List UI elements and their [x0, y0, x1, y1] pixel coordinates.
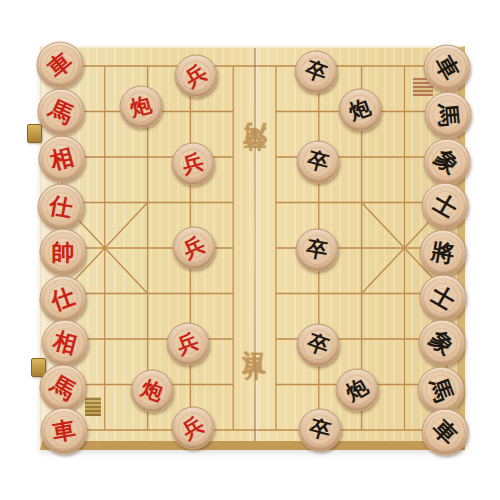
black-piece-glyph: 卒 [307, 417, 333, 443]
piece-black-soldier-4[interactable]: 卒 [297, 324, 340, 367]
red-piece-glyph: 相 [48, 145, 76, 173]
river-label-han-jie: 汉界 [238, 332, 270, 344]
piece-black-elephant-1[interactable]: 象 [424, 139, 471, 186]
piece-red-elephant-2[interactable]: 相 [42, 320, 89, 367]
piece-black-elephant-2[interactable]: 象 [419, 320, 466, 367]
piece-black-soldier-5[interactable]: 卒 [299, 409, 342, 452]
brass-latch-top [27, 124, 42, 143]
red-piece-glyph: 兵 [175, 331, 202, 358]
piece-black-chariot-1[interactable]: 車 [424, 45, 471, 92]
piece-red-soldier-4[interactable]: 兵 [167, 323, 210, 366]
piece-black-cannon-2[interactable]: 炮 [336, 369, 379, 412]
piece-red-soldier-2[interactable]: 兵 [172, 143, 215, 186]
piece-black-cannon-1[interactable]: 炮 [339, 89, 382, 132]
red-piece-glyph: 相 [51, 329, 79, 357]
piece-black-soldier-1[interactable]: 卒 [295, 51, 338, 94]
piece-red-horse-1[interactable]: 馬 [38, 89, 85, 136]
piece-red-advisor-1[interactable]: 仕 [38, 184, 85, 231]
red-piece-glyph: 仕 [48, 194, 75, 221]
red-piece-glyph: 兵 [180, 151, 206, 177]
red-piece-glyph: 車 [44, 49, 76, 81]
piece-black-general[interactable]: 將 [420, 230, 467, 277]
piece-black-horse-1[interactable]: 馬 [425, 92, 472, 139]
piece-black-horse-2[interactable]: 馬 [418, 367, 465, 414]
fold-seam [254, 48, 256, 441]
black-piece-glyph: 士 [427, 282, 458, 313]
red-piece-glyph: 兵 [179, 414, 208, 443]
black-piece-glyph: 馬 [426, 375, 455, 404]
red-piece-glyph: 仕 [48, 284, 77, 313]
piece-black-chariot-2[interactable]: 車 [422, 409, 469, 456]
piece-red-soldier-5[interactable]: 兵 [172, 407, 215, 450]
black-piece-glyph: 士 [429, 190, 460, 221]
black-piece-glyph: 將 [430, 240, 457, 267]
piece-black-soldier-3[interactable]: 卒 [296, 229, 339, 272]
piece-red-advisor-2[interactable]: 仕 [40, 276, 87, 323]
black-piece-glyph: 炮 [347, 97, 374, 124]
red-piece-glyph: 兵 [182, 62, 211, 91]
piece-red-chariot-1[interactable]: 車 [37, 42, 84, 89]
piece-red-chariot-2[interactable]: 車 [41, 408, 88, 455]
black-piece-glyph: 卒 [305, 332, 332, 359]
piece-red-horse-2[interactable]: 馬 [40, 365, 87, 412]
red-piece-glyph: 炮 [128, 94, 154, 120]
black-piece-glyph: 馬 [436, 103, 461, 128]
xiangqi-board[interactable] [40, 46, 465, 450]
piece-red-soldier-1[interactable]: 兵 [175, 55, 218, 98]
piece-red-cannon-1[interactable]: 炮 [120, 86, 163, 129]
piece-black-advisor-2[interactable]: 士 [420, 275, 467, 322]
brand-label-icon [85, 397, 101, 416]
black-piece-glyph: 象 [426, 327, 458, 359]
red-piece-glyph: 馬 [46, 97, 77, 128]
black-piece-glyph: 車 [431, 52, 462, 83]
piece-red-elephant-1[interactable]: 相 [39, 136, 86, 183]
red-piece-glyph: 馬 [47, 372, 78, 403]
piece-black-soldier-2[interactable]: 卒 [297, 141, 340, 184]
black-piece-glyph: 卒 [305, 238, 329, 262]
black-piece-glyph: 卒 [305, 149, 331, 175]
river-label-chu-he: 楚河 [239, 159, 271, 171]
black-piece-glyph: 卒 [303, 59, 330, 86]
board-grid [42, 48, 457, 441]
red-piece-glyph: 帥 [52, 241, 75, 264]
black-piece-glyph: 象 [431, 146, 463, 178]
red-piece-glyph: 車 [51, 418, 78, 445]
black-piece-glyph: 炮 [343, 376, 372, 405]
black-piece-glyph: 車 [429, 416, 462, 449]
red-piece-glyph: 兵 [180, 234, 208, 262]
piece-black-advisor-1[interactable]: 士 [422, 183, 469, 230]
piece-red-soldier-3[interactable]: 兵 [173, 227, 216, 270]
page-root: { "game": "xiangqi", "position": { "fen"… [0, 0, 500, 500]
piece-red-general[interactable]: 帥 [40, 229, 87, 276]
red-piece-glyph: 炮 [139, 378, 166, 405]
piece-red-cannon-2[interactable]: 炮 [131, 370, 174, 413]
